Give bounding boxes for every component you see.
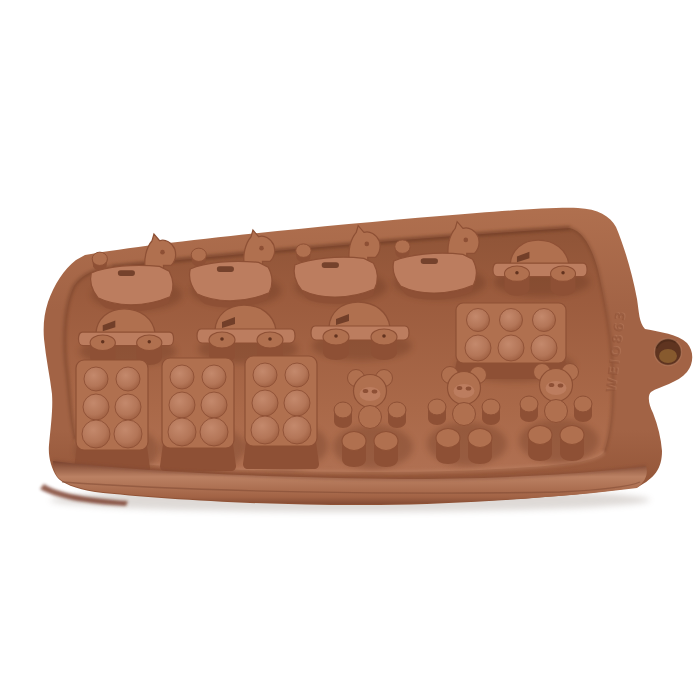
cavity-brick-vertical-1 (74, 360, 159, 474)
cavity-brick-vertical-2 (160, 358, 245, 472)
cavity-brick-vertical-3 (243, 356, 328, 470)
chocolate-mold-photo: WEIO863 WEIO863 (0, 0, 700, 700)
product-photo-stage: WEIO863 WEIO863 (0, 0, 700, 700)
hang-hole (655, 339, 682, 366)
